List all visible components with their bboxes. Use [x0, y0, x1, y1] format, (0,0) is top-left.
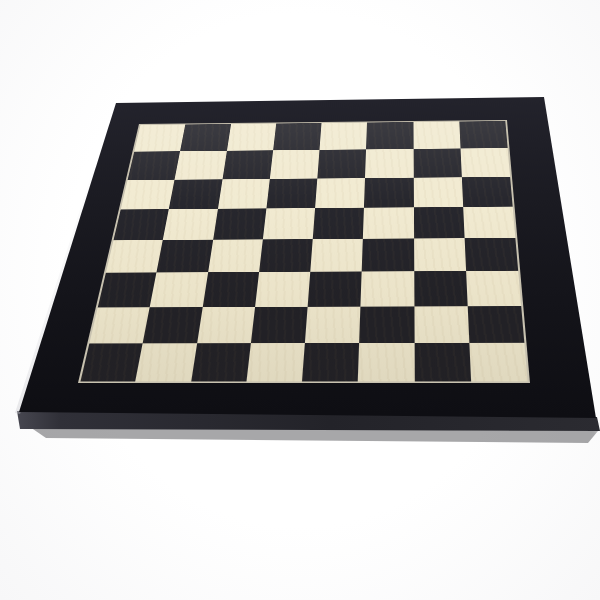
square-b8 — [180, 124, 230, 151]
square-g3 — [414, 271, 468, 306]
chess-board — [78, 120, 530, 383]
square-a8 — [134, 124, 185, 151]
square-h7 — [460, 148, 510, 177]
square-d3 — [255, 272, 310, 307]
square-g2 — [414, 306, 469, 343]
square-d2 — [251, 306, 308, 343]
square-g6 — [413, 177, 463, 207]
square-c7 — [222, 150, 273, 179]
square-h4 — [464, 238, 518, 271]
square-f1 — [358, 343, 414, 382]
square-a7 — [128, 151, 181, 180]
square-e8 — [319, 123, 367, 150]
square-c4 — [208, 239, 263, 272]
square-g8 — [413, 122, 460, 150]
square-h3 — [466, 271, 521, 306]
square-f8 — [366, 122, 413, 149]
square-b2 — [143, 307, 202, 343]
square-a4 — [106, 240, 163, 273]
square-f7 — [365, 149, 413, 178]
square-e4 — [310, 239, 363, 272]
square-h6 — [462, 177, 513, 207]
square-b4 — [157, 240, 213, 273]
square-a3 — [98, 273, 157, 308]
square-h5 — [463, 206, 515, 238]
square-d7 — [270, 150, 320, 179]
square-a5 — [113, 209, 169, 240]
square-e1 — [302, 343, 359, 382]
square-f3 — [361, 271, 414, 306]
square-h8 — [459, 121, 508, 149]
square-b5 — [163, 209, 218, 240]
square-g4 — [414, 238, 466, 271]
square-b6 — [169, 179, 222, 209]
square-h1 — [469, 343, 528, 382]
square-g7 — [413, 149, 461, 178]
square-d8 — [273, 123, 322, 150]
square-f4 — [362, 238, 414, 271]
board-grid — [80, 121, 527, 381]
square-d5 — [263, 208, 315, 239]
square-g1 — [414, 343, 471, 382]
square-f6 — [364, 177, 413, 207]
square-b7 — [175, 151, 227, 180]
square-c8 — [226, 124, 276, 151]
square-f5 — [363, 207, 414, 239]
square-c1 — [191, 343, 251, 381]
square-e5 — [313, 208, 364, 240]
square-c3 — [202, 272, 259, 307]
product-photo — [0, 0, 600, 600]
square-h2 — [467, 306, 524, 343]
square-f2 — [359, 306, 414, 343]
square-a6 — [121, 179, 175, 209]
square-e6 — [315, 178, 365, 208]
square-d6 — [266, 178, 317, 208]
square-g5 — [413, 207, 464, 239]
square-e7 — [317, 150, 366, 179]
square-c5 — [213, 208, 267, 239]
square-e2 — [305, 306, 361, 343]
square-d1 — [246, 343, 305, 382]
square-b1 — [135, 343, 196, 381]
square-a2 — [89, 307, 150, 343]
square-e3 — [308, 272, 362, 307]
square-a1 — [80, 343, 142, 381]
square-d4 — [259, 239, 313, 272]
square-c2 — [197, 307, 255, 343]
square-b3 — [150, 272, 208, 307]
square-c6 — [218, 179, 270, 209]
